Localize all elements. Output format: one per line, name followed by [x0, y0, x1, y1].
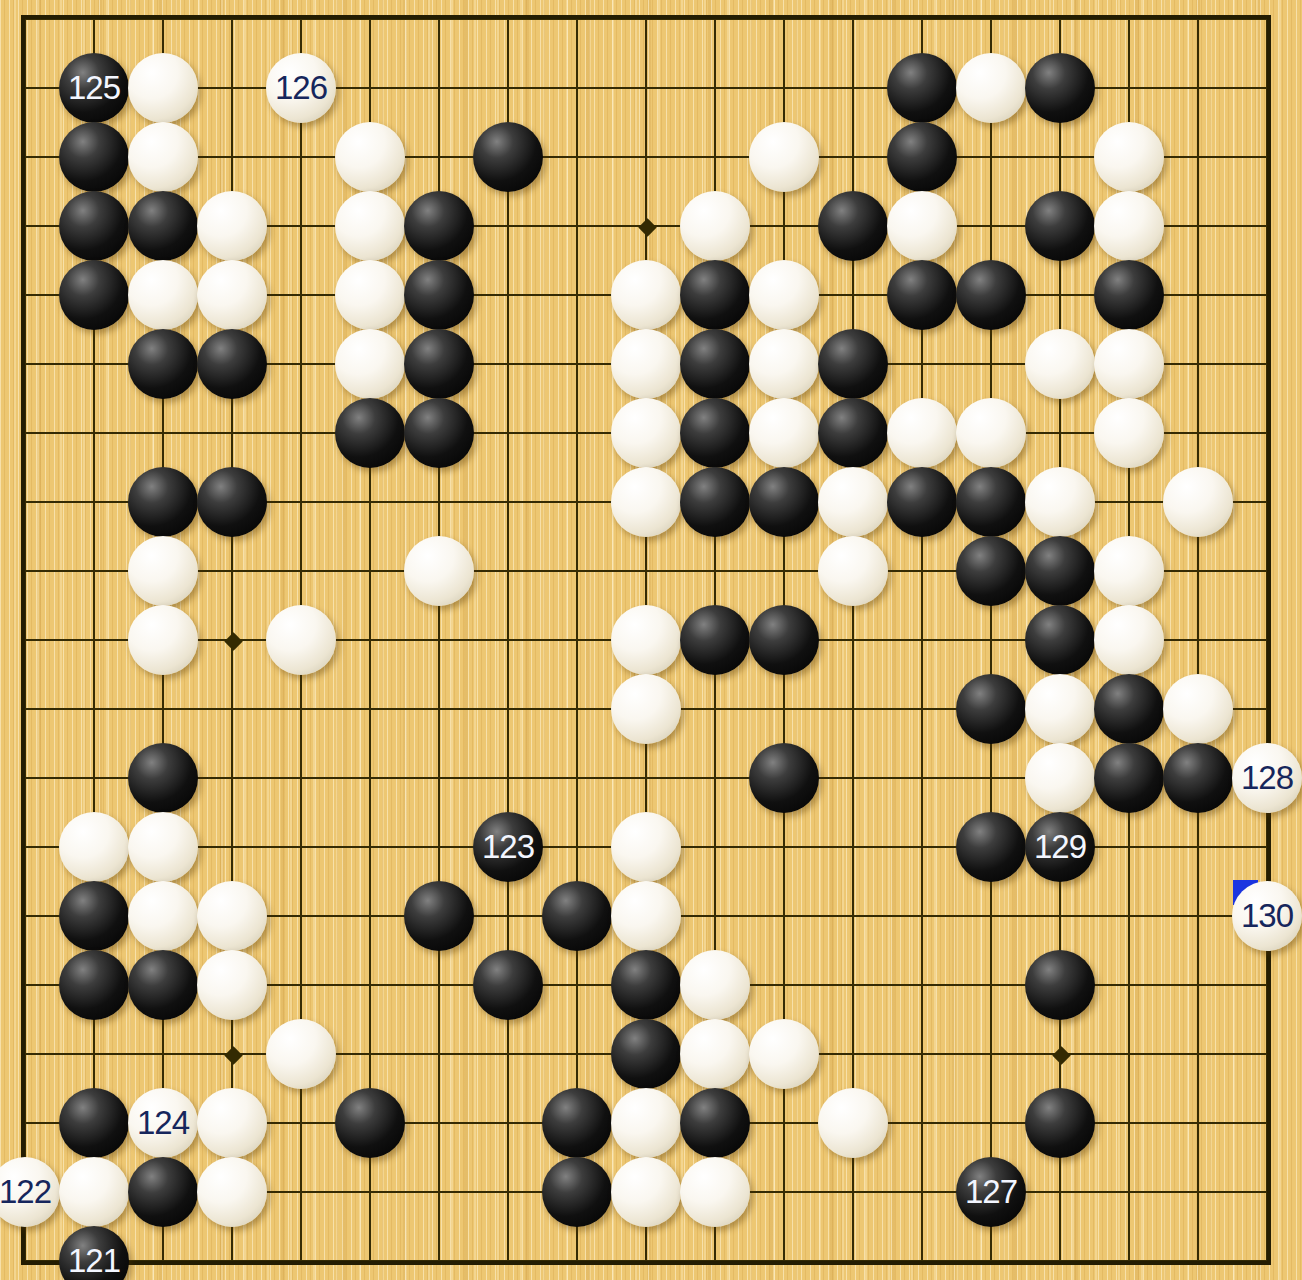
go-stone-black[interactable]: ●	[887, 260, 957, 330]
go-stone-black[interactable]: ●127	[956, 1157, 1026, 1227]
go-stone-white[interactable]: ○	[611, 881, 681, 951]
go-stone-black[interactable]: ●	[1025, 53, 1095, 123]
go-stone-black[interactable]: ●	[59, 950, 129, 1020]
go-stone-black[interactable]: ●	[1025, 191, 1095, 261]
go-stone-black[interactable]: ●	[542, 881, 612, 951]
go-stone-black[interactable]: ●	[956, 536, 1026, 606]
go-stone-white[interactable]: ○126	[266, 53, 336, 123]
go-stone-white[interactable]: ○	[197, 260, 267, 330]
go-stone-white[interactable]: ○	[1025, 674, 1095, 744]
move-number-label: 123	[482, 812, 534, 882]
go-stone-black[interactable]: ●	[1025, 1088, 1095, 1158]
go-stone-black[interactable]: ●	[749, 467, 819, 537]
go-stone-black[interactable]: ●	[128, 743, 198, 813]
go-stone-white[interactable]: ○	[266, 1019, 336, 1089]
go-stone-white[interactable]: ○	[680, 1157, 750, 1227]
move-number-label: 122	[0, 1157, 51, 1227]
go-stone-white[interactable]: ○	[197, 1157, 267, 1227]
go-stone-white[interactable]: ○	[1163, 467, 1233, 537]
go-stone-black[interactable]: ●	[956, 812, 1026, 882]
go-stone-white[interactable]: ○	[611, 467, 681, 537]
move-number-label: 130	[1241, 881, 1293, 951]
go-stone-white[interactable]: ○	[335, 191, 405, 261]
go-stone-black[interactable]: ●	[956, 260, 1026, 330]
go-stone-white[interactable]: ○	[611, 398, 681, 468]
go-stone-black[interactable]: ●	[1094, 260, 1164, 330]
go-stone-black[interactable]: ●	[473, 950, 543, 1020]
go-stone-black[interactable]: ●	[128, 1157, 198, 1227]
go-stone-black[interactable]: ●	[59, 191, 129, 261]
go-stone-black[interactable]: ●	[611, 1019, 681, 1089]
go-stone-black[interactable]: ●	[128, 191, 198, 261]
go-stone-white[interactable]: ○124	[128, 1088, 198, 1158]
go-stone-white[interactable]: ○130	[1232, 881, 1302, 951]
move-number-label: 127	[965, 1157, 1017, 1227]
go-stone-white[interactable]: ○	[197, 1088, 267, 1158]
go-stone-white[interactable]: ○	[749, 122, 819, 192]
go-stone-black[interactable]: ●	[197, 329, 267, 399]
go-stone-black[interactable]: ●	[128, 950, 198, 1020]
go-stone-white[interactable]: ○	[1094, 536, 1164, 606]
go-stone-white[interactable]: ○	[128, 260, 198, 330]
go-stone-black[interactable]: ●	[887, 122, 957, 192]
go-stone-white[interactable]: ○	[887, 398, 957, 468]
go-stone-white[interactable]: ○	[128, 536, 198, 606]
go-stone-white[interactable]: ○	[611, 605, 681, 675]
go-stone-white[interactable]: ○	[611, 260, 681, 330]
go-stone-white[interactable]: ○	[335, 122, 405, 192]
go-stone-black[interactable]: ●125	[59, 53, 129, 123]
go-stone-white[interactable]: ○	[680, 950, 750, 1020]
go-stone-black[interactable]: ●	[59, 122, 129, 192]
go-stone-white[interactable]: ○	[749, 329, 819, 399]
go-stone-white[interactable]: ○	[680, 1019, 750, 1089]
go-stone-white[interactable]: ○	[1025, 467, 1095, 537]
go-stone-black[interactable]: ●	[197, 467, 267, 537]
go-stone-white[interactable]: ○	[1094, 122, 1164, 192]
go-stone-white[interactable]: ○	[611, 1157, 681, 1227]
go-stone-white[interactable]: ○	[818, 467, 888, 537]
go-stone-black[interactable]: ●	[818, 329, 888, 399]
go-stone-black[interactable]: ●	[542, 1088, 612, 1158]
go-stone-black[interactable]: ●	[680, 467, 750, 537]
move-number-label: 125	[68, 53, 120, 123]
go-stone-black[interactable]: ●	[1163, 743, 1233, 813]
go-stone-white[interactable]: ○	[197, 950, 267, 1020]
go-stone-white[interactable]: ○	[611, 1088, 681, 1158]
go-stone-black[interactable]: ●	[59, 881, 129, 951]
go-stone-black[interactable]: ●	[749, 605, 819, 675]
go-stone-black[interactable]: ●	[335, 398, 405, 468]
move-number-label: 124	[137, 1088, 189, 1158]
go-stone-black[interactable]: ●	[404, 329, 474, 399]
go-stone-black[interactable]: ●	[956, 467, 1026, 537]
go-stone-black[interactable]: ●	[1025, 536, 1095, 606]
go-stone-white[interactable]: ○	[128, 53, 198, 123]
go-stone-white[interactable]: ○	[956, 53, 1026, 123]
go-stone-white[interactable]: ○	[59, 812, 129, 882]
go-stone-black[interactable]: ●123	[473, 812, 543, 882]
go-stone-white[interactable]: ○	[887, 191, 957, 261]
go-stone-black[interactable]: ●	[1025, 605, 1095, 675]
go-stone-black[interactable]: ●	[473, 122, 543, 192]
go-stone-white[interactable]: ○122	[0, 1157, 60, 1227]
go-stone-white[interactable]: ○	[1025, 743, 1095, 813]
go-stone-black[interactable]: ●121	[59, 1226, 129, 1280]
go-stone-black[interactable]: ●	[404, 881, 474, 951]
go-stone-white[interactable]: ○	[335, 260, 405, 330]
go-stone-black[interactable]: ●	[956, 674, 1026, 744]
go-stone-black[interactable]: ●	[404, 191, 474, 261]
go-stone-white[interactable]: ○	[1163, 674, 1233, 744]
go-stone-white[interactable]: ○	[749, 1019, 819, 1089]
move-number-label: 128	[1241, 743, 1293, 813]
go-stone-black[interactable]: ●	[128, 329, 198, 399]
move-number-label: 126	[275, 53, 327, 123]
go-stone-white[interactable]: ○	[128, 812, 198, 882]
go-stone-black[interactable]: ●	[887, 467, 957, 537]
go-stone-white[interactable]: ○	[818, 1088, 888, 1158]
go-stone-white[interactable]: ○	[818, 536, 888, 606]
go-stone-black[interactable]: ●	[1094, 743, 1164, 813]
go-stone-black[interactable]: ●	[818, 191, 888, 261]
go-stone-black[interactable]: ●	[59, 260, 129, 330]
go-stone-black[interactable]: ●	[680, 260, 750, 330]
go-stone-black[interactable]: ●	[59, 1088, 129, 1158]
go-stone-black[interactable]: ●	[335, 1088, 405, 1158]
go-stone-white[interactable]: ○	[1025, 329, 1095, 399]
go-stone-white[interactable]: ○	[335, 329, 405, 399]
move-number-label: 129	[1034, 812, 1086, 882]
go-stone-black[interactable]: ●	[680, 605, 750, 675]
go-stone-white[interactable]: ○	[266, 605, 336, 675]
go-stone-white[interactable]: ○	[128, 881, 198, 951]
go-stone-black[interactable]: ●	[1025, 950, 1095, 1020]
go-stone-black[interactable]: ●	[680, 329, 750, 399]
go-stone-white[interactable]: ○	[611, 674, 681, 744]
go-stone-white[interactable]: ○	[128, 605, 198, 675]
go-stone-black[interactable]: ●	[680, 398, 750, 468]
go-stone-white[interactable]: ○	[404, 536, 474, 606]
go-stone-black[interactable]: ●	[611, 950, 681, 1020]
go-stone-white[interactable]: ○	[680, 191, 750, 261]
go-stone-black[interactable]: ●	[680, 1088, 750, 1158]
go-stone-white[interactable]: ○	[611, 329, 681, 399]
go-stone-white[interactable]: ○	[749, 398, 819, 468]
go-stone-black[interactable]: ●	[887, 53, 957, 123]
go-stone-white[interactable]: ○128	[1232, 743, 1302, 813]
go-stone-black[interactable]: ●	[128, 467, 198, 537]
go-stone-white[interactable]: ○	[197, 191, 267, 261]
go-stone-white[interactable]: ○	[197, 881, 267, 951]
go-stone-black[interactable]: ●	[818, 398, 888, 468]
go-stone-white[interactable]: ○	[611, 812, 681, 882]
go-stone-white[interactable]: ○	[1094, 329, 1164, 399]
go-stone-white[interactable]: ○	[1094, 191, 1164, 261]
go-board[interactable]: ●125○○126●○●●○○●○●○●●○○●○●○●○●○○○●○●○●●●…	[0, 0, 1302, 1280]
go-stone-white[interactable]: ○	[59, 1157, 129, 1227]
go-stone-white[interactable]: ○	[749, 260, 819, 330]
go-stone-black[interactable]: ●	[1094, 674, 1164, 744]
go-stone-black[interactable]: ●	[404, 260, 474, 330]
go-stone-white[interactable]: ○	[128, 122, 198, 192]
go-stone-black[interactable]: ●	[404, 398, 474, 468]
go-stone-white[interactable]: ○	[1094, 605, 1164, 675]
go-stone-white[interactable]: ○	[1094, 398, 1164, 468]
go-stone-black[interactable]: ●129	[1025, 812, 1095, 882]
go-stone-white[interactable]: ○	[956, 398, 1026, 468]
move-number-label: 121	[68, 1226, 120, 1280]
go-stone-black[interactable]: ●	[542, 1157, 612, 1227]
go-stone-black[interactable]: ●	[749, 743, 819, 813]
